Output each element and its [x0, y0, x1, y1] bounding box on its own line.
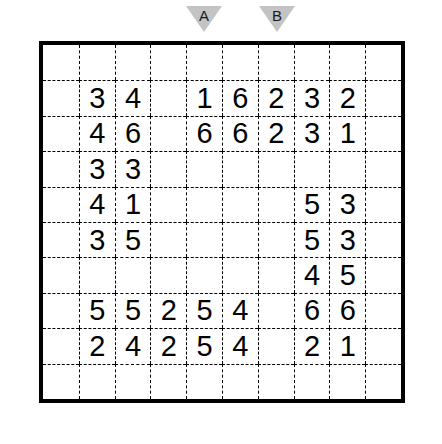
grid-cell-given[interactable]: 6 [222, 116, 258, 151]
grid-cell-given[interactable]: 3 [79, 80, 115, 115]
grid-cell[interactable] [186, 364, 222, 399]
grid-cell[interactable] [365, 364, 401, 399]
grid-cell[interactable] [150, 222, 186, 257]
grid-cell-given[interactable]: 5 [115, 293, 151, 328]
grid-cell[interactable] [115, 364, 151, 399]
grid-cell-given[interactable]: 3 [79, 151, 115, 186]
grid-cell-given[interactable]: 4 [79, 116, 115, 151]
grid-cell[interactable] [365, 328, 401, 363]
grid-cell[interactable] [43, 151, 79, 186]
grid-cell[interactable] [365, 45, 401, 80]
grid-cell[interactable] [258, 364, 294, 399]
grid-cell-given[interactable]: 2 [150, 293, 186, 328]
grid-cell-given[interactable]: 5 [294, 222, 330, 257]
grid-cell[interactable] [222, 222, 258, 257]
grid-cell[interactable] [43, 257, 79, 292]
grid-cell[interactable] [150, 257, 186, 292]
column-marker-a: A [186, 6, 222, 32]
grid-cell-given[interactable]: 2 [258, 116, 294, 151]
grid-cell[interactable] [43, 187, 79, 222]
grid-cell[interactable] [79, 45, 115, 80]
grid-cell[interactable] [150, 45, 186, 80]
grid-cell-given[interactable]: 3 [329, 222, 365, 257]
grid-cell[interactable] [294, 151, 330, 186]
grid-cell-given[interactable]: 4 [115, 328, 151, 363]
grid-cell-given[interactable]: 3 [294, 116, 330, 151]
grid-cell[interactable] [365, 80, 401, 115]
grid-cell[interactable] [365, 293, 401, 328]
grid-cell[interactable] [258, 151, 294, 186]
column-marker-b-label: B [272, 6, 282, 25]
column-marker-b: B [259, 6, 295, 32]
grid-cell[interactable] [43, 293, 79, 328]
grid-cell-given[interactable]: 4 [79, 187, 115, 222]
grid-cell-given[interactable]: 4 [222, 328, 258, 363]
grid-cell-given[interactable]: 5 [186, 328, 222, 363]
grid-cell-given[interactable]: 2 [294, 328, 330, 363]
puzzle-page: A B 341623246662313341533553455525466242… [0, 0, 442, 444]
grid-cell[interactable] [365, 257, 401, 292]
column-marker-a-label: A [199, 6, 209, 25]
grid-cell[interactable] [329, 45, 365, 80]
grid-cell[interactable] [222, 187, 258, 222]
grid-cell-given[interactable]: 2 [329, 80, 365, 115]
grid-cell[interactable] [258, 257, 294, 292]
grid-cell-given[interactable]: 5 [186, 293, 222, 328]
grid-cell[interactable] [79, 257, 115, 292]
grid-cell[interactable] [258, 328, 294, 363]
grid-cell-given[interactable]: 3 [329, 187, 365, 222]
grid-cell-given[interactable]: 2 [150, 328, 186, 363]
grid-cell[interactable] [43, 364, 79, 399]
grid-cell[interactable] [79, 364, 115, 399]
grid-cell[interactable] [186, 45, 222, 80]
grid-cell-given[interactable]: 6 [115, 116, 151, 151]
grid-cell[interactable] [43, 80, 79, 115]
grid-cell[interactable] [258, 187, 294, 222]
grid-cell[interactable] [329, 151, 365, 186]
grid-cell-given[interactable]: 4 [222, 293, 258, 328]
grid-cell-given[interactable]: 3 [79, 222, 115, 257]
grid-cell-given[interactable]: 5 [329, 257, 365, 292]
grid-cell-given[interactable]: 1 [329, 328, 365, 363]
grid-cell[interactable] [186, 187, 222, 222]
grid-cell-given[interactable]: 1 [115, 187, 151, 222]
grid-cell-given[interactable]: 6 [329, 293, 365, 328]
grid-cell[interactable] [150, 80, 186, 115]
grid-cell[interactable] [186, 151, 222, 186]
grid-cell-given[interactable]: 5 [294, 187, 330, 222]
grid-cell[interactable] [365, 222, 401, 257]
grid-cell-given[interactable]: 4 [294, 257, 330, 292]
grid-cell-given[interactable]: 5 [115, 222, 151, 257]
grid-cell[interactable] [43, 45, 79, 80]
grid-cell-given[interactable]: 6 [222, 80, 258, 115]
grid-cell-given[interactable]: 5 [79, 293, 115, 328]
grid-cell[interactable] [365, 116, 401, 151]
grid-cell[interactable] [186, 257, 222, 292]
grid-cell[interactable] [294, 45, 330, 80]
grid-cell[interactable] [294, 364, 330, 399]
grid-cell[interactable] [258, 222, 294, 257]
grid-cell[interactable] [150, 151, 186, 186]
grid-cell[interactable] [150, 364, 186, 399]
grid-cell[interactable] [150, 116, 186, 151]
grid-cell[interactable] [43, 116, 79, 151]
grid-cell[interactable] [365, 151, 401, 186]
grid-cell[interactable] [258, 45, 294, 80]
grid-cell[interactable] [222, 45, 258, 80]
grid-cell-given[interactable]: 2 [79, 328, 115, 363]
grid-cell[interactable] [150, 187, 186, 222]
grid-cell[interactable] [43, 328, 79, 363]
grid-cell[interactable] [365, 187, 401, 222]
grid-cell[interactable] [186, 222, 222, 257]
grid-cell[interactable] [115, 45, 151, 80]
grid-cell[interactable] [222, 364, 258, 399]
grid-cell-given[interactable]: 3 [115, 151, 151, 186]
grid-cell[interactable] [43, 222, 79, 257]
puzzle-grid: 3416232466623133415335534555254662425421 [39, 41, 405, 403]
grid-cell[interactable] [222, 257, 258, 292]
grid-cell-given[interactable]: 3 [294, 80, 330, 115]
grid-cell[interactable] [222, 151, 258, 186]
grid-cell-given[interactable]: 1 [186, 80, 222, 115]
grid-cell-given[interactable]: 2 [258, 80, 294, 115]
grid-cell[interactable] [329, 364, 365, 399]
grid-cell[interactable] [115, 257, 151, 292]
grid-cell-given[interactable]: 1 [329, 116, 365, 151]
grid-cell[interactable] [258, 293, 294, 328]
grid-cell-given[interactable]: 4 [115, 80, 151, 115]
grid-cell-given[interactable]: 6 [294, 293, 330, 328]
grid-cell-given[interactable]: 6 [186, 116, 222, 151]
